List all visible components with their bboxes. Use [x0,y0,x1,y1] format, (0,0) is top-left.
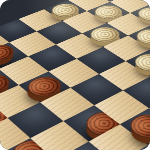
checkers-app-icon [0,0,150,150]
board-grid [0,0,150,150]
checkers-board [0,0,150,150]
